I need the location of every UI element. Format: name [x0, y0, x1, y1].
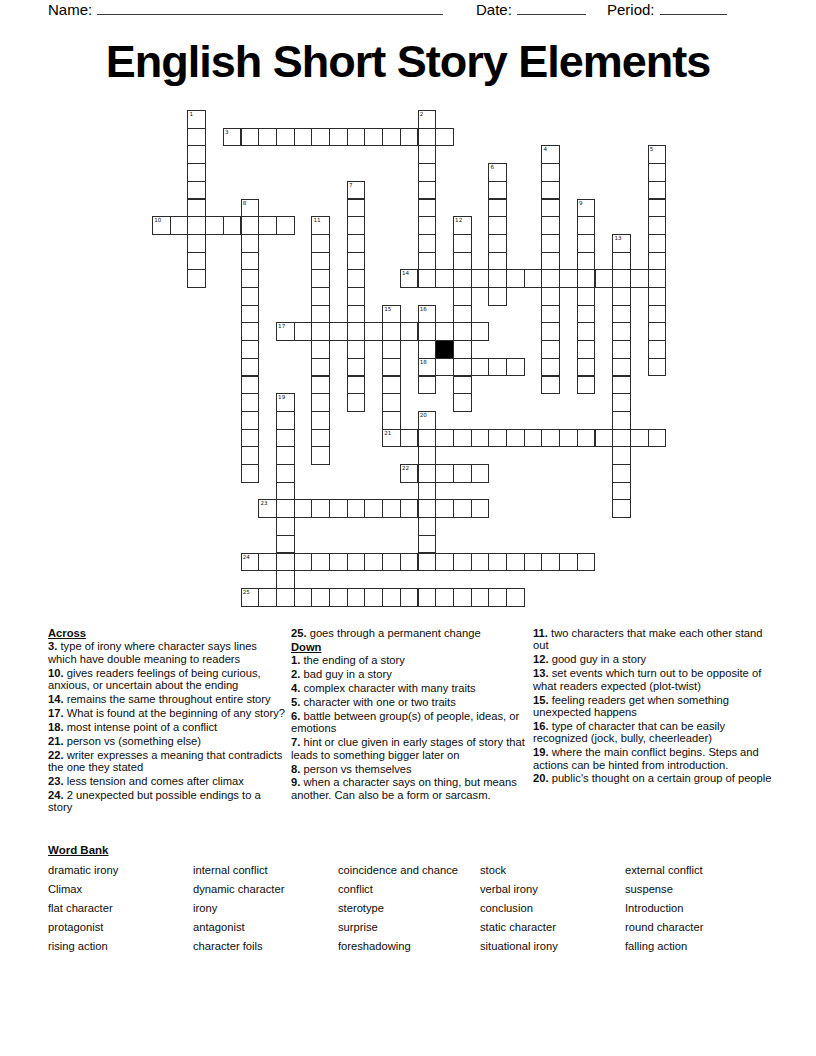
grid-cell[interactable] — [541, 252, 560, 271]
grid-cell[interactable] — [418, 252, 437, 271]
grid-cell[interactable] — [187, 252, 206, 271]
grid-cell[interactable] — [400, 553, 419, 572]
grid-cell[interactable] — [453, 393, 472, 412]
grid-cell[interactable] — [541, 305, 560, 324]
grid-cell[interactable] — [205, 216, 224, 235]
grid-cell[interactable] — [311, 499, 330, 518]
grid-cell[interactable] — [382, 588, 401, 607]
grid-cell[interactable] — [488, 358, 507, 377]
grid-cell[interactable] — [630, 429, 649, 448]
grid-cell[interactable] — [187, 145, 206, 164]
grid-cell[interactable] — [418, 429, 437, 448]
grid-cell[interactable] — [187, 269, 206, 288]
grid-cell[interactable] — [187, 199, 206, 218]
grid-cell[interactable] — [612, 322, 631, 341]
grid-cell[interactable] — [435, 322, 454, 341]
grid-cell[interactable] — [276, 446, 295, 465]
grid-cell[interactable] — [453, 553, 472, 572]
grid-cell[interactable] — [488, 287, 507, 306]
clue-number: 24 — [243, 554, 250, 560]
grid-cell[interactable] — [276, 128, 295, 147]
grid-cell[interactable] — [241, 322, 260, 341]
grid-cell[interactable] — [630, 269, 649, 288]
grid-cell[interactable] — [648, 305, 667, 324]
grid-cell[interactable] — [488, 216, 507, 235]
clue-item: 5. character with one or two traits — [291, 696, 531, 708]
grid-cell[interactable] — [435, 358, 454, 377]
grid-cell[interactable] — [347, 376, 366, 395]
grid-cell[interactable] — [400, 588, 419, 607]
grid-cell[interactable] — [241, 411, 260, 430]
grid-cell[interactable] — [435, 128, 454, 147]
grid-cell[interactable] — [612, 429, 631, 448]
grid-cell[interactable] — [223, 216, 242, 235]
grid-cell[interactable] — [276, 570, 295, 589]
word-bank-term: flat character — [48, 902, 193, 921]
grid-cell[interactable] — [364, 588, 383, 607]
grid-cell[interactable] — [241, 287, 260, 306]
grid-cell[interactable] — [276, 482, 295, 501]
grid-cell[interactable] — [612, 252, 631, 271]
grid-cell[interactable] — [577, 553, 596, 572]
grid-cell[interactable] — [471, 499, 490, 518]
grid-cell[interactable]: 9 — [577, 199, 596, 218]
grid-cell[interactable] — [595, 269, 614, 288]
grid-cell[interactable] — [471, 269, 490, 288]
grid-cell[interactable] — [418, 163, 437, 182]
grid-cell[interactable] — [364, 322, 383, 341]
grid-cell[interactable] — [648, 181, 667, 200]
grid-cell[interactable] — [471, 358, 490, 377]
grid-cell[interactable] — [577, 216, 596, 235]
word-bank-term: static character — [480, 921, 625, 940]
date-blank[interactable] — [517, 1, 586, 15]
clue-number: 19 — [278, 394, 285, 400]
grid-cell[interactable]: 6 — [488, 163, 507, 182]
grid-cell[interactable]: 3 — [223, 128, 242, 147]
grid-cell[interactable] — [258, 128, 277, 147]
grid-cell[interactable] — [435, 553, 454, 572]
clue-number: 18 — [420, 359, 427, 365]
grid-cell[interactable] — [541, 287, 560, 306]
grid-cell[interactable] — [241, 252, 260, 271]
grid-cell[interactable] — [612, 482, 631, 501]
grid-cell[interactable] — [241, 393, 260, 412]
clue-item: 21. person vs (something else) — [48, 735, 288, 747]
grid-cell[interactable] — [471, 429, 490, 448]
grid-cell[interactable] — [258, 588, 277, 607]
grid-cell[interactable] — [541, 216, 560, 235]
grid-cell[interactable] — [559, 269, 578, 288]
grid-cell[interactable] — [471, 553, 490, 572]
grid-cell[interactable] — [241, 340, 260, 359]
grid-cell[interactable] — [648, 269, 667, 288]
word-bank: Word Bank dramatic ironyinternal conflic… — [48, 844, 770, 959]
grid-cell[interactable] — [276, 464, 295, 483]
grid-cell[interactable] — [612, 340, 631, 359]
grid-cell[interactable] — [382, 393, 401, 412]
grid-cell[interactable] — [294, 553, 313, 572]
grid-cell[interactable] — [382, 128, 401, 147]
grid-cell[interactable]: 7 — [347, 181, 366, 200]
grid-cell[interactable] — [453, 429, 472, 448]
grid-cell[interactable] — [347, 499, 366, 518]
grid-cell[interactable] — [347, 358, 366, 377]
period-blank[interactable] — [660, 1, 727, 15]
grid-cell[interactable] — [524, 553, 543, 572]
grid-cell[interactable] — [435, 464, 454, 483]
grid-cell[interactable] — [418, 499, 437, 518]
grid-cell[interactable] — [435, 429, 454, 448]
grid-cell[interactable] — [418, 517, 437, 536]
grid-cell[interactable] — [648, 234, 667, 253]
grid-cell[interactable] — [258, 553, 277, 572]
clue-number: 15 — [384, 306, 391, 312]
clue-column-middle: 25. goes through a permanent changeDown1… — [291, 627, 531, 803]
word-bank-term: irony — [193, 902, 338, 921]
grid-cell[interactable] — [453, 588, 472, 607]
grid-cell[interactable] — [241, 464, 260, 483]
grid-cell[interactable] — [577, 305, 596, 324]
grid-cell[interactable] — [347, 588, 366, 607]
grid-cell[interactable] — [418, 199, 437, 218]
grid-cell[interactable] — [612, 499, 631, 518]
grid-cell[interactable] — [418, 588, 437, 607]
grid-cell[interactable]: 5 — [648, 145, 667, 164]
grid-cell[interactable] — [294, 588, 313, 607]
grid-cell[interactable] — [400, 499, 419, 518]
clue-number: 14 — [402, 270, 409, 276]
grid-cell[interactable] — [382, 499, 401, 518]
grid-cell[interactable] — [453, 305, 472, 324]
grid-cell[interactable] — [311, 287, 330, 306]
grid-cell[interactable] — [559, 429, 578, 448]
clue-number: 10 — [154, 217, 161, 223]
grid-cell[interactable] — [612, 464, 631, 483]
grid-cell[interactable] — [541, 376, 560, 395]
grid-cell[interactable] — [311, 358, 330, 377]
grid-cell[interactable] — [453, 269, 472, 288]
grid-cell[interactable] — [577, 322, 596, 341]
grid-cell[interactable]: 12 — [453, 216, 472, 235]
grid-cell[interactable] — [276, 411, 295, 430]
word-bank-term: stock — [480, 864, 625, 883]
grid-cell[interactable] — [418, 464, 437, 483]
grid-cell[interactable]: 14 — [400, 269, 419, 288]
grid-cell[interactable] — [347, 393, 366, 412]
grid-cell[interactable] — [418, 376, 437, 395]
grid-cell[interactable] — [506, 588, 525, 607]
grid-cell[interactable] — [488, 199, 507, 218]
grid-cell[interactable] — [524, 429, 543, 448]
clue-item: 23. less tension and comes after climax — [48, 775, 288, 787]
grid-cell[interactable]: 8 — [241, 199, 260, 218]
grid-cell[interactable]: 4 — [541, 145, 560, 164]
grid-cell[interactable] — [471, 464, 490, 483]
grid-cell[interactable]: 21 — [382, 429, 401, 448]
grid-cell[interactable] — [471, 588, 490, 607]
grid-cell[interactable] — [648, 287, 667, 306]
grid-cell[interactable] — [612, 446, 631, 465]
grid-cell[interactable] — [577, 269, 596, 288]
grid-cell[interactable] — [382, 411, 401, 430]
grid-cell[interactable] — [347, 269, 366, 288]
word-bank-term: dramatic irony — [48, 864, 193, 883]
grid-cell[interactable] — [648, 199, 667, 218]
grid-cell[interactable]: 20 — [418, 411, 437, 430]
grid-cell[interactable] — [648, 216, 667, 235]
grid-cell[interactable]: 24 — [241, 553, 260, 572]
grid-cell[interactable]: 1 — [187, 110, 206, 129]
grid-cell[interactable] — [400, 429, 419, 448]
grid-cell[interactable] — [329, 322, 348, 341]
grid-cell[interactable]: 18 — [418, 358, 437, 377]
grid-cell[interactable] — [294, 499, 313, 518]
grid-cell[interactable]: 17 — [276, 322, 295, 341]
grid-cell[interactable] — [541, 340, 560, 359]
grid-cell[interactable] — [435, 588, 454, 607]
grid-cell[interactable] — [577, 376, 596, 395]
grid-cell[interactable] — [347, 340, 366, 359]
grid-cell[interactable] — [577, 252, 596, 271]
grid-cell[interactable] — [612, 269, 631, 288]
grid-cell[interactable] — [382, 358, 401, 377]
grid-cell[interactable] — [453, 322, 472, 341]
grid-cell[interactable]: 23 — [258, 499, 277, 518]
grid-cell[interactable] — [187, 128, 206, 147]
grid-cell[interactable] — [170, 216, 189, 235]
grid-cell[interactable] — [311, 429, 330, 448]
clue-number: 16 — [420, 306, 427, 312]
grid-cell[interactable] — [329, 553, 348, 572]
grid-cell[interactable] — [418, 446, 437, 465]
grid-cell[interactable]: 25 — [241, 588, 260, 607]
grid-cell[interactable] — [418, 553, 437, 572]
clue-number: 23 — [260, 500, 267, 506]
word-bank-term: Introduction — [625, 902, 770, 921]
grid-cell[interactable] — [241, 234, 260, 253]
grid-cell[interactable] — [400, 322, 419, 341]
grid-cell[interactable] — [506, 553, 525, 572]
grid-cell[interactable] — [648, 340, 667, 359]
grid-cell[interactable] — [347, 128, 366, 147]
grid-cell[interactable] — [276, 535, 295, 554]
grid-cell[interactable] — [648, 252, 667, 271]
grid-cell[interactable] — [241, 216, 260, 235]
grid-cell[interactable] — [276, 429, 295, 448]
grid-cell[interactable] — [418, 482, 437, 501]
grid-cell[interactable] — [524, 269, 543, 288]
grid-cell[interactable] — [488, 181, 507, 200]
grid-cell[interactable] — [577, 234, 596, 253]
clue-column-right: 11. two characters that make each other … — [533, 627, 773, 786]
grid-cell[interactable] — [241, 358, 260, 377]
grid-cell[interactable] — [364, 553, 383, 572]
grid-cell[interactable] — [488, 588, 507, 607]
grid-cell[interactable] — [311, 553, 330, 572]
grid-cell[interactable] — [311, 252, 330, 271]
grid-cell[interactable] — [453, 358, 472, 377]
grid-cell[interactable] — [612, 358, 631, 377]
grid-cell[interactable] — [276, 517, 295, 536]
grid-cell[interactable] — [364, 499, 383, 518]
grid-cell[interactable] — [382, 553, 401, 572]
grid-cell[interactable] — [471, 322, 490, 341]
grid-cell[interactable] — [541, 234, 560, 253]
grid-cell[interactable] — [241, 446, 260, 465]
name-blank[interactable] — [97, 1, 443, 15]
grid-cell[interactable] — [187, 216, 206, 235]
grid-cell[interactable]: 2 — [418, 110, 437, 129]
grid-cell[interactable] — [311, 128, 330, 147]
grid-cell[interactable] — [418, 340, 437, 359]
grid-cell[interactable] — [612, 393, 631, 412]
grid-cell[interactable] — [488, 553, 507, 572]
grid-cell[interactable] — [382, 322, 401, 341]
grid-cell[interactable] — [541, 553, 560, 572]
grid-cell[interactable] — [241, 128, 260, 147]
grid-cell[interactable] — [347, 322, 366, 341]
grid-cell[interactable] — [258, 216, 277, 235]
clue-item: 19. where the main conflict begins. Step… — [533, 746, 773, 771]
grid-cell[interactable] — [347, 252, 366, 271]
grid-cell[interactable] — [382, 376, 401, 395]
grid-cell[interactable] — [612, 305, 631, 324]
grid-cell[interactable]: 19 — [276, 393, 295, 412]
grid-cell[interactable] — [453, 499, 472, 518]
grid-cell[interactable] — [541, 322, 560, 341]
grid-cell[interactable] — [347, 287, 366, 306]
word-bank-term: falling action — [625, 940, 770, 959]
grid-cell[interactable]: 22 — [400, 464, 419, 483]
clue-item: 16. type of character that can be easily… — [533, 720, 773, 745]
grid-cell[interactable] — [648, 163, 667, 182]
grid-cell[interactable] — [453, 376, 472, 395]
grid-cell[interactable] — [453, 252, 472, 271]
grid-cell[interactable] — [294, 322, 313, 341]
grid-cell[interactable] — [453, 287, 472, 306]
grid-cell[interactable] — [418, 269, 437, 288]
grid-cell[interactable] — [311, 393, 330, 412]
clue-item: 8. person vs themselves — [291, 763, 531, 775]
clue-number: 21 — [384, 430, 391, 436]
grid-cell[interactable] — [241, 376, 260, 395]
grid-cell[interactable]: 15 — [382, 305, 401, 324]
grid-cell[interactable] — [648, 322, 667, 341]
grid-cell[interactable] — [187, 181, 206, 200]
grid-cell[interactable] — [276, 588, 295, 607]
clue-number: 5 — [650, 146, 654, 152]
grid-cell[interactable] — [418, 181, 437, 200]
grid-cell[interactable] — [418, 535, 437, 554]
grid-cell[interactable] — [418, 145, 437, 164]
grid-cell[interactable] — [541, 163, 560, 182]
grid-cell[interactable] — [400, 128, 419, 147]
grid-cell[interactable] — [347, 216, 366, 235]
clue-item: 24. 2 unexpected but possible endings to… — [48, 789, 288, 814]
grid-cell[interactable] — [418, 234, 437, 253]
grid-cell[interactable] — [329, 499, 348, 518]
grid-cell[interactable] — [347, 553, 366, 572]
grid-cell[interactable] — [294, 128, 313, 147]
grid-cell[interactable] — [241, 305, 260, 324]
grid-cell[interactable] — [612, 411, 631, 430]
grid-cell[interactable] — [648, 429, 667, 448]
clue-item: 22. writer expresses a meaning that cont… — [48, 749, 288, 774]
grid-cell[interactable] — [347, 234, 366, 253]
grid-cell[interactable] — [418, 128, 437, 147]
grid-cell[interactable] — [311, 376, 330, 395]
grid-cell[interactable] — [541, 429, 560, 448]
grid-cell[interactable] — [577, 429, 596, 448]
grid-cell[interactable] — [311, 411, 330, 430]
grid-cell[interactable] — [311, 446, 330, 465]
grid-cell[interactable] — [595, 429, 614, 448]
grid-cell[interactable] — [311, 340, 330, 359]
grid-cell[interactable]: 10 — [152, 216, 171, 235]
grid-cell[interactable] — [453, 464, 472, 483]
grid-cell[interactable] — [347, 305, 366, 324]
grid-cell[interactable]: 13 — [612, 234, 631, 253]
grid-cell[interactable] — [241, 269, 260, 288]
grid-cell[interactable] — [435, 269, 454, 288]
grid-cell[interactable] — [541, 181, 560, 200]
grid-cell[interactable] — [506, 429, 525, 448]
grid-cell[interactable] — [577, 358, 596, 377]
grid-cell[interactable] — [329, 128, 348, 147]
grid-cell[interactable] — [506, 358, 525, 377]
grid-cell[interactable] — [364, 128, 383, 147]
grid-cell[interactable] — [541, 358, 560, 377]
grid-cell[interactable] — [311, 305, 330, 324]
grid-cell[interactable] — [418, 322, 437, 341]
grid-cell[interactable] — [418, 216, 437, 235]
grid-cell[interactable] — [276, 499, 295, 518]
grid-cell[interactable] — [559, 553, 578, 572]
grid-cell[interactable] — [541, 199, 560, 218]
grid-cell[interactable] — [453, 234, 472, 253]
grid-cell[interactable] — [488, 252, 507, 271]
grid-cell[interactable] — [453, 340, 472, 359]
grid-cell[interactable] — [541, 269, 560, 288]
grid-cell[interactable] — [488, 429, 507, 448]
grid-cell[interactable] — [435, 499, 454, 518]
grid-cell[interactable] — [311, 234, 330, 253]
grid-cell[interactable] — [276, 216, 295, 235]
grid-cell[interactable] — [648, 358, 667, 377]
grid-cell[interactable] — [612, 287, 631, 306]
grid-cell[interactable] — [187, 234, 206, 253]
grid-cell[interactable] — [577, 287, 596, 306]
grid-cell[interactable]: 11 — [311, 216, 330, 235]
grid-cell[interactable] — [488, 269, 507, 288]
date-field-group: Date: — [476, 1, 586, 18]
grid-cell[interactable] — [382, 340, 401, 359]
grid-cell[interactable] — [241, 429, 260, 448]
grid-cell[interactable] — [577, 340, 596, 359]
grid-cell[interactable] — [311, 322, 330, 341]
grid-cell[interactable] — [187, 163, 206, 182]
grid-cell[interactable] — [311, 588, 330, 607]
grid-cell[interactable]: 16 — [418, 305, 437, 324]
grid-cell[interactable] — [488, 234, 507, 253]
grid-cell[interactable] — [311, 269, 330, 288]
grid-cell[interactable] — [329, 588, 348, 607]
grid-cell[interactable] — [276, 553, 295, 572]
grid-cell[interactable] — [347, 199, 366, 218]
grid-cell[interactable] — [506, 269, 525, 288]
grid-cell[interactable] — [612, 376, 631, 395]
